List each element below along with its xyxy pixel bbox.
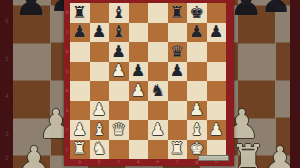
- square-e3[interactable]: [148, 101, 168, 121]
- square-g2[interactable]: ♝: [187, 120, 207, 140]
- square-d2[interactable]: [129, 120, 149, 140]
- piece-black-pawn: ♟: [72, 24, 87, 41]
- background-rank-label-3: 3: [3, 131, 11, 137]
- square-e8[interactable]: [148, 3, 168, 23]
- square-c6[interactable]: ♟: [109, 42, 129, 62]
- square-e7[interactable]: [148, 23, 168, 43]
- square-h2[interactable]: ♟: [207, 120, 227, 140]
- square-a2[interactable]: ♟: [70, 120, 90, 140]
- piece-white-bishop: ♝: [189, 122, 204, 139]
- piece-white-pawn: ♟: [111, 63, 126, 80]
- piece-white-knight: ♞: [92, 141, 107, 158]
- square-h6[interactable]: [207, 42, 227, 62]
- square-b1[interactable]: ♞: [90, 140, 110, 160]
- rank-label-5: 5: [65, 69, 70, 74]
- square-g8[interactable]: ♚: [187, 3, 207, 23]
- video-frame: ♟♟♟♟♟♟♟♜♟ 65432 ♜♝♜♚♟♟♝♟♟♟♛♟♟♟♟♞♟♟♟♝♛♟♝♟…: [0, 0, 300, 168]
- square-f5[interactable]: ♟: [168, 62, 188, 82]
- square-e4[interactable]: ♞: [148, 81, 168, 101]
- piece-white-pawn: ♟: [72, 122, 87, 139]
- piece-black-rook: ♜: [72, 5, 87, 22]
- square-f2[interactable]: [168, 120, 188, 140]
- square-h7[interactable]: ♟: [207, 23, 227, 43]
- blurred-black-piece: ♟: [14, 0, 48, 21]
- piece-black-pawn: ♟: [209, 24, 224, 41]
- square-a1[interactable]: ♜: [70, 140, 90, 160]
- piece-black-pawn: ♟: [189, 24, 204, 41]
- square-c2[interactable]: ♛: [109, 120, 129, 140]
- square-c4[interactable]: [109, 81, 129, 101]
- piece-white-pawn: ♟: [189, 102, 204, 119]
- file-label-d: d: [135, 159, 141, 164]
- piece-black-rook: ♜: [170, 5, 185, 22]
- background-board-border-left: 65432: [0, 0, 13, 168]
- rank-label-7: 7: [65, 30, 70, 35]
- square-e6[interactable]: [148, 42, 168, 62]
- square-b5[interactable]: [90, 62, 110, 82]
- square-a6[interactable]: [70, 42, 90, 62]
- square-e5[interactable]: [148, 62, 168, 82]
- blurred-black-piece: ♟: [229, 0, 263, 21]
- file-label-e: e: [155, 159, 161, 164]
- piece-white-queen: ♛: [111, 122, 126, 139]
- square-a5[interactable]: [70, 62, 90, 82]
- rank-label-6: 6: [65, 49, 70, 54]
- rank-label-1: 1: [65, 147, 70, 152]
- piece-black-pawn: ♟: [92, 24, 107, 41]
- square-g4[interactable]: [187, 81, 207, 101]
- rank-label-8: 8: [65, 10, 70, 15]
- square-f1[interactable]: ♜: [168, 140, 188, 160]
- square-d3[interactable]: [129, 101, 149, 121]
- piece-white-bishop: ♝: [92, 122, 107, 139]
- piece-black-king: ♚: [189, 5, 204, 22]
- square-b7[interactable]: ♟: [90, 23, 110, 43]
- blurred-white-piece: ♟: [16, 141, 52, 168]
- background-rank-label-5: 5: [3, 56, 11, 62]
- square-d1[interactable]: [129, 140, 149, 160]
- square-b4[interactable]: [90, 81, 110, 101]
- square-a4[interactable]: [70, 81, 90, 101]
- square-d7[interactable]: [129, 23, 149, 43]
- square-b2[interactable]: ♝: [90, 120, 110, 140]
- square-h3[interactable]: [207, 101, 227, 121]
- square-d6[interactable]: [129, 42, 149, 62]
- piece-black-pawn: ♟: [111, 44, 126, 61]
- square-h4[interactable]: [207, 81, 227, 101]
- square-c1[interactable]: [109, 140, 129, 160]
- square-f8[interactable]: ♜: [168, 3, 188, 23]
- square-c8[interactable]: ♝: [109, 3, 129, 23]
- square-f7[interactable]: [168, 23, 188, 43]
- square-f4[interactable]: [168, 81, 188, 101]
- background-board-border-right: [290, 0, 300, 168]
- piece-white-rook: ♜: [72, 141, 87, 158]
- square-g3[interactable]: ♟: [187, 101, 207, 121]
- rank-label-3: 3: [65, 108, 70, 113]
- square-h5[interactable]: [207, 62, 227, 82]
- blurred-black-piece: ♟: [260, 0, 292, 18]
- piece-black-pawn: ♟: [170, 63, 185, 80]
- chess-board-frame: ♜♝♜♚♟♟♝♟♟♟♛♟♟♟♟♞♟♟♟♝♛♟♝♟♜♞♜♚ abcdefgh876…: [64, 0, 234, 166]
- piece-white-pawn: ♟: [131, 83, 146, 100]
- square-a8[interactable]: ♜: [70, 3, 90, 23]
- square-h8[interactable]: [207, 3, 227, 23]
- square-b8[interactable]: [90, 3, 110, 23]
- piece-black-bishop: ♝: [111, 24, 126, 41]
- piece-black-bishop: ♝: [111, 5, 126, 22]
- piece-black-knight: ♞: [150, 83, 165, 100]
- piece-white-rook: ♜: [170, 141, 185, 158]
- square-a3[interactable]: [70, 101, 90, 121]
- piece-black-queen: ♛: [170, 44, 185, 61]
- square-c5[interactable]: ♟: [109, 62, 129, 82]
- square-a7[interactable]: ♟: [70, 23, 90, 43]
- piece-white-pawn: ♟: [150, 122, 165, 139]
- square-g6[interactable]: [187, 42, 207, 62]
- blurred-white-piece: ♜: [230, 139, 266, 168]
- piece-black-pawn: ♟: [131, 63, 146, 80]
- square-e1[interactable]: [148, 140, 168, 160]
- rank-label-2: 2: [65, 127, 70, 132]
- square-d4[interactable]: ♟: [129, 81, 149, 101]
- file-label-a: a: [77, 159, 83, 164]
- square-g5[interactable]: [187, 62, 207, 82]
- file-label-c: c: [116, 159, 122, 164]
- square-b6[interactable]: [90, 42, 110, 62]
- watermark-label: [198, 155, 229, 161]
- square-g7[interactable]: ♟: [187, 23, 207, 43]
- piece-white-pawn: ♟: [92, 102, 107, 119]
- background-rank-label-4: 4: [3, 93, 11, 99]
- square-c3[interactable]: [109, 101, 129, 121]
- background-rank-label-2: 2: [3, 155, 11, 161]
- file-label-b: b: [96, 159, 102, 164]
- chess-board: ♜♝♜♚♟♟♝♟♟♟♛♟♟♟♟♞♟♟♟♝♛♟♝♟♜♞♜♚: [70, 3, 226, 159]
- square-d5[interactable]: ♟: [129, 62, 149, 82]
- background-rank-label-6: 6: [3, 18, 11, 24]
- square-d8[interactable]: [129, 3, 149, 23]
- rank-label-4: 4: [65, 88, 70, 93]
- piece-white-pawn: ♟: [209, 122, 224, 139]
- square-c7[interactable]: ♝: [109, 23, 129, 43]
- square-b3[interactable]: ♟: [90, 101, 110, 121]
- square-e2[interactable]: ♟: [148, 120, 168, 140]
- square-f6[interactable]: ♛: [168, 42, 188, 62]
- file-label-f: f: [174, 159, 180, 164]
- square-f3[interactable]: [168, 101, 188, 121]
